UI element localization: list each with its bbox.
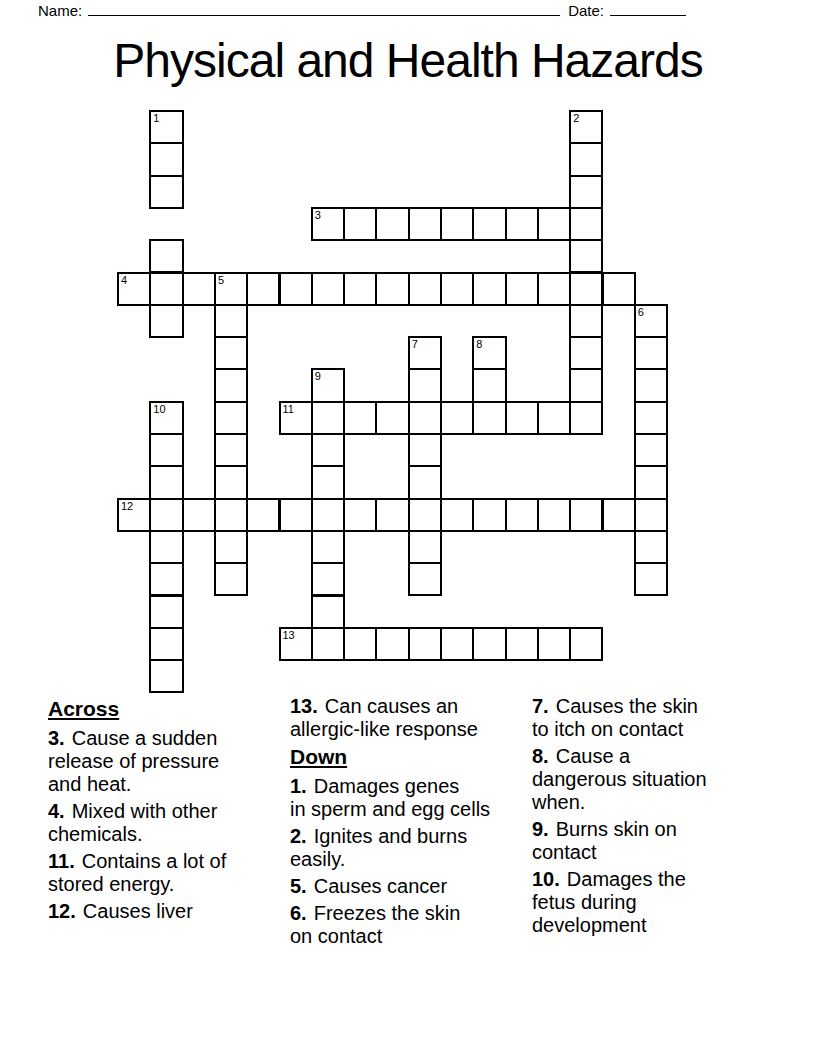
- grid-cell[interactable]: [569, 207, 603, 241]
- grid-cell[interactable]: [505, 498, 539, 532]
- name-blank-line[interactable]: [88, 1, 560, 16]
- clue-text: Freezes the skin on contact: [290, 902, 460, 947]
- grid-cell[interactable]: [505, 401, 539, 435]
- grid-cell[interactable]: [408, 272, 442, 306]
- grid-cell[interactable]: [440, 498, 474, 532]
- grid-cell[interactable]: [279, 272, 313, 306]
- grid-cell[interactable]: [440, 627, 474, 661]
- grid-cell[interactable]: [569, 175, 603, 209]
- clue-number: 6.: [290, 902, 307, 924]
- grid-cell[interactable]: [505, 207, 539, 241]
- date-blank-line[interactable]: [610, 1, 686, 16]
- grid-cell[interactable]: [569, 272, 603, 306]
- grid-cell[interactable]: [214, 304, 248, 338]
- clue-text: Cause a sudden release of pressure and h…: [48, 727, 219, 795]
- grid-cell[interactable]: [375, 207, 409, 241]
- clue-number: 1.: [290, 775, 307, 797]
- grid-cell[interactable]: [149, 627, 183, 661]
- down-clue-9: 9.Burns skin on contact: [532, 818, 770, 864]
- grid-cell[interactable]: [343, 207, 377, 241]
- crossword-grid: 12345678910111213: [117, 110, 668, 693]
- grid-cell[interactable]: [472, 207, 506, 241]
- grid-cell[interactable]: [343, 272, 377, 306]
- grid-cell[interactable]: [472, 498, 506, 532]
- grid-cell[interactable]: [214, 401, 248, 435]
- grid-cell[interactable]: [375, 272, 409, 306]
- grid-cell[interactable]: [537, 498, 571, 532]
- grid-cell[interactable]: [246, 272, 280, 306]
- clue-text: Damages genes in sperm and egg cells: [290, 775, 490, 820]
- grid-cell[interactable]: [537, 627, 571, 661]
- clue-number: 9.: [532, 818, 549, 840]
- grid-cell[interactable]: [311, 530, 345, 564]
- grid-cell[interactable]: [214, 498, 248, 532]
- grid-cell[interactable]: 10: [149, 401, 183, 435]
- grid-cell[interactable]: [408, 465, 442, 499]
- clue-text: Mixed with other chemicals.: [48, 800, 217, 845]
- grid-cell[interactable]: [149, 465, 183, 499]
- grid-cell[interactable]: [408, 368, 442, 402]
- grid-cell[interactable]: [311, 562, 345, 596]
- grid-cell[interactable]: [440, 207, 474, 241]
- grid-cell[interactable]: [311, 433, 345, 467]
- grid-cell[interactable]: 12: [117, 498, 151, 532]
- grid-cell[interactable]: [246, 498, 280, 532]
- grid-cell[interactable]: 11: [279, 401, 313, 435]
- grid-cell[interactable]: [343, 401, 377, 435]
- grid-cell[interactable]: [408, 627, 442, 661]
- grid-cell[interactable]: [634, 368, 668, 402]
- grid-cell[interactable]: [311, 272, 345, 306]
- down-clue-2: 2.Ignites and burns easily.: [290, 825, 530, 871]
- grid-cell[interactable]: [472, 627, 506, 661]
- grid-cell[interactable]: [440, 401, 474, 435]
- down-clue-6: 6.Freezes the skin on contact: [290, 902, 530, 948]
- clue-text: Can causes an allergic-like response: [290, 695, 478, 740]
- down-clue-10: 10.Damages the fetus during development: [532, 868, 770, 937]
- grid-cell[interactable]: [149, 659, 183, 693]
- clue-number-in-cell: 1: [153, 113, 159, 124]
- grid-cell[interactable]: [537, 272, 571, 306]
- date-label: Date:: [568, 2, 604, 19]
- grid-cell[interactable]: [149, 142, 183, 176]
- grid-cell[interactable]: 3: [311, 207, 345, 241]
- grid-cell[interactable]: [149, 595, 183, 629]
- grid-cell[interactable]: [537, 207, 571, 241]
- grid-cell[interactable]: [440, 272, 474, 306]
- grid-cell[interactable]: [634, 433, 668, 467]
- clue-number-in-cell: 12: [121, 501, 133, 512]
- clue-number-in-cell: 13: [283, 630, 295, 641]
- down-clue-1: 1.Damages genes in sperm and egg cells: [290, 775, 530, 821]
- grid-cell[interactable]: [408, 401, 442, 435]
- grid-cell[interactable]: 5: [214, 272, 248, 306]
- grid-cell[interactable]: [569, 239, 603, 273]
- grid-cell[interactable]: [214, 562, 248, 596]
- grid-cell[interactable]: [569, 401, 603, 435]
- grid-cell[interactable]: [408, 530, 442, 564]
- clue-number-in-cell: 3: [315, 210, 321, 221]
- clue-number: 4.: [48, 800, 65, 822]
- grid-cell[interactable]: [569, 368, 603, 402]
- grid-cell[interactable]: [311, 627, 345, 661]
- page-title: Physical and Health Hazards: [0, 33, 816, 88]
- down-clue-7: 7.Causes the skin to itch on contact: [532, 695, 770, 741]
- clue-number-in-cell: 4: [121, 275, 127, 286]
- grid-cell[interactable]: [149, 239, 183, 273]
- across-clue-12: 12.Causes liver: [48, 900, 266, 923]
- grid-cell[interactable]: [149, 175, 183, 209]
- clue-number: 13.: [290, 695, 318, 717]
- across-clue-4: 4.Mixed with other chemicals.: [48, 800, 266, 846]
- grid-cell[interactable]: [311, 401, 345, 435]
- clue-number: 12.: [48, 900, 76, 922]
- clue-number-in-cell: 5: [218, 275, 224, 286]
- clue-number: 8.: [532, 745, 549, 767]
- grid-cell[interactable]: [408, 562, 442, 596]
- clue-number-in-cell: 7: [412, 339, 418, 350]
- grid-cell[interactable]: [472, 272, 506, 306]
- clue-text: Causes the skin to itch on contact: [532, 695, 698, 740]
- clue-text: Burns skin on contact: [532, 818, 677, 863]
- clue-number-in-cell: 2: [573, 113, 579, 124]
- grid-cell[interactable]: [569, 336, 603, 370]
- grid-cell[interactable]: 2: [569, 110, 603, 144]
- grid-cell[interactable]: [634, 530, 668, 564]
- grid-cell[interactable]: [569, 498, 603, 532]
- grid-cell[interactable]: [634, 401, 668, 435]
- grid-cell[interactable]: [182, 498, 216, 532]
- clues-column-3: 7.Causes the skin to itch on contact8.Ca…: [532, 695, 770, 941]
- grid-cell[interactable]: [311, 465, 345, 499]
- grid-cell[interactable]: 4: [117, 272, 151, 306]
- grid-cell[interactable]: 9: [311, 368, 345, 402]
- grid-cell[interactable]: [343, 627, 377, 661]
- clue-text: Causes cancer: [314, 875, 447, 897]
- grid-cell[interactable]: [149, 530, 183, 564]
- across-clue-3: 3.Cause a sudden release of pressure and…: [48, 727, 266, 796]
- grid-cell[interactable]: [149, 304, 183, 338]
- grid-cell[interactable]: [634, 465, 668, 499]
- grid-cell[interactable]: [569, 142, 603, 176]
- grid-cell[interactable]: 7: [408, 336, 442, 370]
- down-heading: Down: [290, 745, 530, 768]
- grid-cell[interactable]: [569, 627, 603, 661]
- grid-cell[interactable]: [472, 368, 506, 402]
- grid-cell[interactable]: [279, 498, 313, 532]
- clue-number: 7.: [532, 695, 549, 717]
- grid-cell[interactable]: [408, 498, 442, 532]
- grid-cell[interactable]: [214, 465, 248, 499]
- grid-cell[interactable]: [214, 433, 248, 467]
- grid-cell[interactable]: 8: [472, 336, 506, 370]
- grid-cell[interactable]: [505, 272, 539, 306]
- clue-number: 5.: [290, 875, 307, 897]
- across-clue-11: 11.Contains a lot of stored energy.: [48, 850, 266, 896]
- clue-number-in-cell: 8: [476, 339, 482, 350]
- grid-cell[interactable]: [375, 627, 409, 661]
- grid-cell[interactable]: [149, 498, 183, 532]
- grid-cell[interactable]: [214, 336, 248, 370]
- grid-cell[interactable]: [634, 336, 668, 370]
- down-clue-5: 5.Causes cancer: [290, 875, 530, 898]
- grid-cell[interactable]: [602, 272, 636, 306]
- grid-cell[interactable]: [408, 207, 442, 241]
- grid-cell[interactable]: [214, 368, 248, 402]
- grid-cell[interactable]: [311, 595, 345, 629]
- clue-number-in-cell: 10: [153, 404, 165, 415]
- grid-cell[interactable]: [408, 433, 442, 467]
- clues-column-1: Across3.Cause a sudden release of pressu…: [48, 695, 266, 927]
- clue-number-in-cell: 9: [315, 371, 321, 382]
- worksheet-header: Name:Date:: [38, 1, 778, 19]
- grid-cell[interactable]: [634, 562, 668, 596]
- grid-cell[interactable]: [505, 627, 539, 661]
- grid-cell[interactable]: [375, 401, 409, 435]
- grid-cell[interactable]: [602, 498, 636, 532]
- grid-cell[interactable]: 13: [279, 627, 313, 661]
- clue-number: 2.: [290, 825, 307, 847]
- clue-text: Cause a dangerous situation when.: [532, 745, 707, 813]
- clue-text: Causes liver: [83, 900, 193, 922]
- grid-cell[interactable]: [214, 530, 248, 564]
- grid-cell[interactable]: [537, 401, 571, 435]
- grid-cell[interactable]: [569, 304, 603, 338]
- grid-cell[interactable]: [182, 272, 216, 306]
- clue-text: Ignites and burns easily.: [290, 825, 467, 870]
- down-clue-8: 8.Cause a dangerous situation when.: [532, 745, 770, 814]
- across-clue-13: 13.Can causes an allergic-like response: [290, 695, 530, 741]
- grid-cell[interactable]: [472, 401, 506, 435]
- clue-number-in-cell: 6: [638, 307, 644, 318]
- clue-number: 3.: [48, 727, 65, 749]
- grid-cell[interactable]: [343, 498, 377, 532]
- grid-cell[interactable]: [149, 272, 183, 306]
- grid-cell[interactable]: [311, 498, 345, 532]
- clues-column-2: 13.Can causes an allergic-like responseD…: [290, 695, 530, 952]
- clue-number: 11.: [48, 850, 75, 872]
- across-heading: Across: [48, 697, 266, 720]
- grid-cell[interactable]: [634, 498, 668, 532]
- grid-cell[interactable]: 6: [634, 304, 668, 338]
- clue-number: 10.: [532, 868, 560, 890]
- grid-cell[interactable]: [149, 562, 183, 596]
- grid-cell[interactable]: [149, 433, 183, 467]
- grid-cell[interactable]: [375, 498, 409, 532]
- name-label: Name:: [38, 2, 82, 19]
- clue-number-in-cell: 11: [283, 404, 294, 415]
- grid-cell[interactable]: 1: [149, 110, 183, 144]
